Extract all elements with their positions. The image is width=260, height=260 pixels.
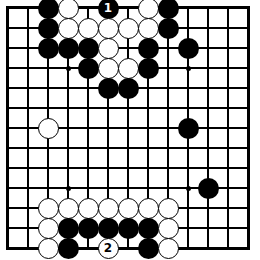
- intersection: [98, 78, 118, 98]
- intersection: [118, 238, 138, 258]
- white-stone: [38, 198, 59, 219]
- intersection: [218, 198, 238, 218]
- intersection: [78, 138, 98, 158]
- intersection: [138, 38, 158, 58]
- intersection: [0, 118, 18, 138]
- intersection: [78, 0, 98, 18]
- intersection: [178, 218, 198, 238]
- intersection: [38, 198, 58, 218]
- intersection: [198, 178, 218, 198]
- intersection: [138, 78, 158, 98]
- go-board: 12: [0, 0, 258, 258]
- intersection: [198, 98, 218, 118]
- intersection: [58, 118, 78, 138]
- intersection: [218, 138, 238, 158]
- move-number: 1: [104, 2, 112, 14]
- intersection: [0, 98, 18, 118]
- intersection: [98, 38, 118, 58]
- black-stone: [98, 78, 119, 99]
- black-stone: [158, 18, 179, 39]
- intersection: [78, 178, 98, 198]
- intersection: [118, 178, 138, 198]
- intersection: [38, 178, 58, 198]
- intersection: [198, 78, 218, 98]
- intersection: [18, 18, 38, 38]
- intersection: 1: [98, 0, 118, 18]
- white-stone: [38, 218, 59, 239]
- intersection: [0, 0, 18, 18]
- intersection: [158, 238, 178, 258]
- intersection: [238, 238, 258, 258]
- intersection: [218, 98, 238, 118]
- white-stone: [98, 38, 119, 59]
- white-stone: [78, 198, 99, 219]
- white-stone: [158, 218, 179, 239]
- intersection: [198, 138, 218, 158]
- intersection: 2: [98, 238, 118, 258]
- intersection: [158, 198, 178, 218]
- intersection: [78, 18, 98, 38]
- intersection: [178, 238, 198, 258]
- intersection: [58, 38, 78, 58]
- intersection: [118, 38, 138, 58]
- black-stone: [118, 78, 139, 99]
- intersection: [238, 158, 258, 178]
- intersection: [38, 158, 58, 178]
- intersection: [58, 158, 78, 178]
- intersection: [118, 118, 138, 138]
- intersection: [98, 58, 118, 78]
- white-stone: [38, 238, 59, 259]
- intersection: [238, 0, 258, 18]
- white-stone: [98, 58, 119, 79]
- intersection: [158, 78, 178, 98]
- intersection: [178, 98, 198, 118]
- intersection: [178, 118, 198, 138]
- intersection: [198, 18, 218, 38]
- intersection: [198, 58, 218, 78]
- intersection: [238, 38, 258, 58]
- intersection: [38, 58, 58, 78]
- black-stone: [118, 218, 139, 239]
- white-stone: [158, 198, 179, 219]
- intersection: [78, 98, 98, 118]
- white-stone: [98, 18, 119, 39]
- intersection: [218, 0, 238, 18]
- intersection: [158, 158, 178, 178]
- intersection: [18, 138, 38, 158]
- intersection: [198, 118, 218, 138]
- black-stone: [198, 178, 219, 199]
- intersection: [18, 58, 38, 78]
- white-stone: [138, 18, 159, 39]
- intersection: [178, 198, 198, 218]
- white-stone: [118, 18, 139, 39]
- intersection: [118, 158, 138, 178]
- intersection: [118, 78, 138, 98]
- intersection: [18, 218, 38, 238]
- intersection: [238, 218, 258, 238]
- intersection: [98, 198, 118, 218]
- intersection: [138, 18, 158, 38]
- intersection: [198, 0, 218, 18]
- move-number: 2: [104, 242, 112, 254]
- intersection: [58, 238, 78, 258]
- black-stone: [178, 38, 199, 59]
- intersection: [138, 178, 158, 198]
- intersection: [118, 58, 138, 78]
- intersection: [18, 178, 38, 198]
- intersection: [18, 98, 38, 118]
- intersection: [38, 78, 58, 98]
- white-stone: [58, 18, 79, 39]
- intersection: [218, 18, 238, 38]
- intersection: [0, 238, 18, 258]
- intersection: [0, 178, 18, 198]
- black-stone: [38, 18, 59, 39]
- intersection: [238, 78, 258, 98]
- black-stone: [78, 38, 99, 59]
- intersection: [138, 0, 158, 18]
- intersection: [38, 18, 58, 38]
- intersection: [138, 138, 158, 158]
- intersection: [158, 138, 178, 158]
- intersection: [98, 118, 118, 138]
- black-stone: [58, 218, 79, 239]
- intersection: [158, 38, 178, 58]
- intersection: [18, 0, 38, 18]
- intersection: [78, 158, 98, 178]
- intersection: [178, 158, 198, 178]
- intersection: [18, 238, 38, 258]
- intersection: [58, 0, 78, 18]
- intersection: [0, 218, 18, 238]
- intersection: [138, 158, 158, 178]
- intersection: [198, 38, 218, 58]
- intersection: [218, 58, 238, 78]
- white-stone: [118, 198, 139, 219]
- intersection: [38, 118, 58, 138]
- intersection: [198, 238, 218, 258]
- black-stone: [138, 238, 159, 259]
- intersection: [98, 98, 118, 118]
- intersection: [38, 218, 58, 238]
- white-stone: [78, 18, 99, 39]
- black-stone: [138, 38, 159, 59]
- intersection: [238, 198, 258, 218]
- black-stone: [38, 38, 59, 59]
- black-stone: [178, 118, 199, 139]
- intersection: [198, 218, 218, 238]
- intersection: [18, 78, 38, 98]
- intersection: [138, 118, 158, 138]
- intersection: [238, 98, 258, 118]
- intersection: [98, 138, 118, 158]
- intersection: [18, 118, 38, 138]
- intersection: [218, 78, 238, 98]
- white-stone: [118, 58, 139, 79]
- intersection: [0, 38, 18, 58]
- intersection: [118, 198, 138, 218]
- intersection: [38, 98, 58, 118]
- intersection: [158, 218, 178, 238]
- intersection: [38, 38, 58, 58]
- black-stone: [158, 0, 179, 19]
- intersection: [58, 58, 78, 78]
- intersection: [118, 138, 138, 158]
- intersection: [138, 58, 158, 78]
- intersection: [38, 138, 58, 158]
- intersection: [118, 98, 138, 118]
- intersection: [158, 118, 178, 138]
- intersection: [178, 0, 198, 18]
- white-stone: [138, 198, 159, 219]
- intersection: [138, 218, 158, 238]
- intersection: [118, 0, 138, 18]
- intersection: [238, 58, 258, 78]
- intersection: [78, 38, 98, 58]
- intersection: [58, 138, 78, 158]
- intersection: [218, 218, 238, 238]
- white-stone: 2: [98, 238, 119, 259]
- intersection: [0, 78, 18, 98]
- intersection: [58, 178, 78, 198]
- black-stone: [138, 58, 159, 79]
- intersection: [178, 58, 198, 78]
- intersection: [158, 178, 178, 198]
- intersection: [0, 158, 18, 178]
- intersection: [98, 218, 118, 238]
- intersection: [218, 118, 238, 138]
- intersection: [78, 118, 98, 138]
- intersection: [138, 238, 158, 258]
- intersection: [0, 58, 18, 78]
- intersection: [18, 198, 38, 218]
- intersection: [58, 98, 78, 118]
- intersection: [18, 158, 38, 178]
- black-stone: [38, 0, 59, 19]
- black-stone: 1: [98, 0, 119, 19]
- intersection: [238, 118, 258, 138]
- black-stone: [78, 58, 99, 79]
- intersection: [218, 238, 238, 258]
- intersection: [38, 0, 58, 18]
- black-stone: [78, 218, 99, 239]
- white-stone: [58, 198, 79, 219]
- intersection: [58, 198, 78, 218]
- intersection: [178, 178, 198, 198]
- intersection: [198, 158, 218, 178]
- black-stone: [58, 238, 79, 259]
- intersection: [18, 38, 38, 58]
- intersection: [38, 238, 58, 258]
- intersection: [0, 198, 18, 218]
- go-problem-diagram: 12: [0, 0, 260, 260]
- intersection: [98, 178, 118, 198]
- intersection: [178, 38, 198, 58]
- black-stone: [98, 218, 119, 239]
- white-stone: [58, 0, 79, 19]
- intersection: [138, 98, 158, 118]
- intersection: [238, 18, 258, 38]
- intersection: [0, 18, 18, 38]
- intersection: [78, 238, 98, 258]
- intersection: [158, 98, 178, 118]
- intersection: [78, 58, 98, 78]
- white-stone: [38, 118, 59, 139]
- intersection: [158, 0, 178, 18]
- intersection: [78, 198, 98, 218]
- intersection: [218, 158, 238, 178]
- intersection: [58, 18, 78, 38]
- intersection: [78, 218, 98, 238]
- intersection: [198, 198, 218, 218]
- intersection: [158, 58, 178, 78]
- white-stone: [138, 0, 159, 19]
- intersection: [78, 78, 98, 98]
- intersection: [98, 158, 118, 178]
- intersection: [138, 198, 158, 218]
- intersection: [58, 78, 78, 98]
- intersection: [98, 18, 118, 38]
- intersection: [178, 138, 198, 158]
- intersection: [238, 178, 258, 198]
- intersection: [238, 138, 258, 158]
- intersection: [0, 138, 18, 158]
- intersection: [118, 218, 138, 238]
- intersection: [218, 38, 238, 58]
- black-stone: [58, 38, 79, 59]
- intersection: [218, 178, 238, 198]
- white-stone: [98, 198, 119, 219]
- black-stone: [138, 218, 159, 239]
- intersection: [178, 78, 198, 98]
- intersection: [118, 18, 138, 38]
- intersection: [158, 18, 178, 38]
- intersection: [178, 18, 198, 38]
- white-stone: [158, 238, 179, 259]
- intersection: [58, 218, 78, 238]
